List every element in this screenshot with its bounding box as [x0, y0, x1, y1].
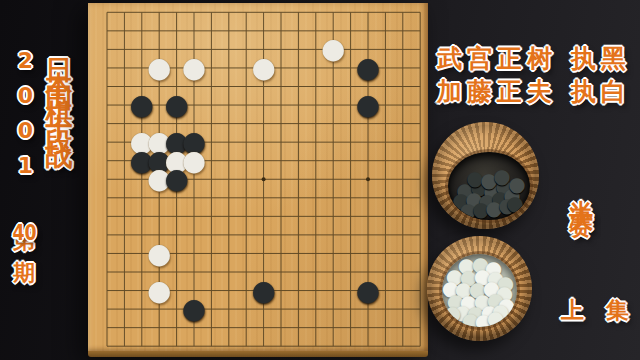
black-stone: ● — [359, 281, 378, 300]
black-stone: ● — [185, 300, 204, 319]
black-stone: ● — [359, 96, 378, 115]
part-label: 上 集 — [561, 299, 636, 322]
black-stone: ● — [359, 59, 378, 78]
black-stone-bowl: ●●●●●●●●●●●●●●●●●● — [432, 122, 539, 229]
black-stone: ● — [254, 281, 273, 300]
white-stone: ● — [150, 59, 169, 78]
event-title-label: 日本围棋十段战 — [46, 36, 73, 134]
white-stone: ● — [150, 281, 169, 300]
year-label: 2001 — [14, 48, 36, 188]
white-stone-bowl: ●●●●●●●●●●●●●●●●●●●●●●●●●● — [427, 236, 532, 341]
term-label: 第40期 — [13, 211, 35, 253]
black-stone: ● — [167, 170, 186, 189]
go-board: ●●●●●●●●●●●●●●●●●●●●●●● — [88, 3, 428, 357]
white-bowl-opening: ●●●●●●●●●●●●●●●●●●●●●●●●●● — [442, 254, 517, 327]
white-stone: ● — [185, 59, 204, 78]
black-player-label: 武宫正树 执黑 — [437, 46, 631, 71]
white-player-label: 加藤正夫 执白 — [437, 79, 631, 104]
board-side-edge — [88, 351, 428, 357]
black-stone: ● — [167, 96, 186, 115]
bowl-white-stone: ● — [446, 306, 460, 320]
white-stone: ● — [254, 59, 273, 78]
bowl-black-stone: ● — [496, 170, 509, 183]
black-stone: ● — [132, 96, 151, 115]
bowl-black-stone: ● — [511, 178, 524, 191]
bowl-white-stone: ● — [489, 311, 503, 325]
bowl-black-stone: ● — [509, 197, 522, 210]
term-prefix: 第 — [12, 211, 37, 221]
term-suffix: 期 — [12, 243, 37, 253]
black-bowl-opening: ●●●●●●●●●●●●●●●●●● — [448, 152, 530, 220]
stage-label: 半决赛 — [569, 180, 593, 198]
white-stone: ● — [150, 244, 169, 263]
white-stone: ● — [324, 40, 343, 59]
scene: 2001 日本围棋十段战 第40期 ●●●●●●●●●●●●●●●●●●●●●●… — [0, 0, 640, 360]
term-number: 40 — [12, 221, 37, 243]
board-surface: ●●●●●●●●●●●●●●●●●●●●●●● — [88, 3, 428, 351]
